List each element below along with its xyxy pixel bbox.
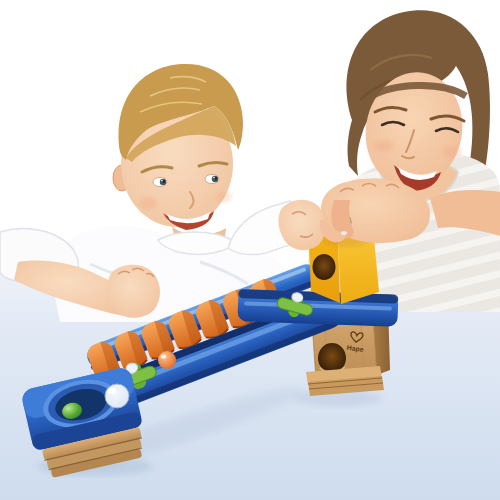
clear-marble [105,384,129,408]
blue-connector-track [237,289,398,327]
orange-marble [158,351,176,369]
boy-eye-right [205,174,219,183]
scene-canvas: Hape [0,0,500,500]
product-photo: Hape [0,0,500,500]
boy-fist [107,265,160,318]
cube-hole [313,254,336,280]
boy-eye-left [153,177,167,186]
